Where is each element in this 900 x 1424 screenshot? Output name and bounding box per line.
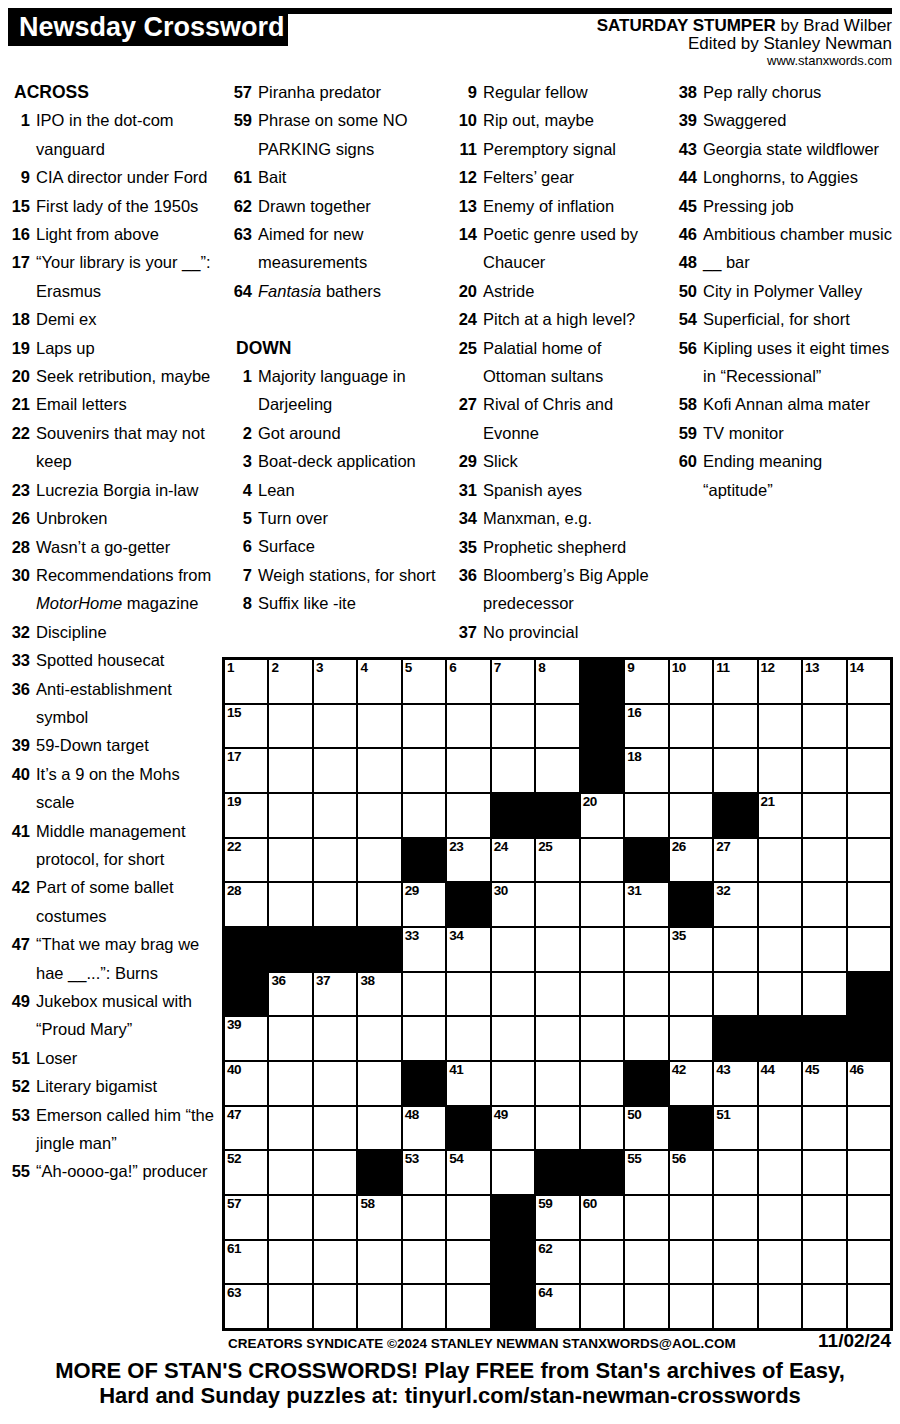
grid-cell-r14c3[interactable] xyxy=(313,1240,357,1285)
grid-cell-r8c7[interactable] xyxy=(491,972,535,1017)
grid-cell-r9c3[interactable] xyxy=(313,1016,357,1061)
grid-cell-r4c13[interactable]: 21 xyxy=(758,793,802,838)
grid-cell-r9c1[interactable]: 39 xyxy=(224,1016,268,1061)
grid-cell-r5c6[interactable]: 23 xyxy=(446,838,490,883)
grid-cell-r6c8[interactable] xyxy=(535,882,579,927)
clue-number: 43 xyxy=(668,135,697,163)
cell-number: 51 xyxy=(716,1107,730,1123)
black-square-r3c9 xyxy=(580,748,624,793)
down-clue-31: 31Spanish ayes xyxy=(450,476,665,504)
grid-cell-r1c5[interactable]: 5 xyxy=(402,659,446,704)
clue-text: Email letters xyxy=(36,395,127,413)
grid-cell-r2c12[interactable] xyxy=(713,704,757,749)
black-square-r11c11 xyxy=(669,1106,713,1151)
grid-cell-r10c8[interactable] xyxy=(535,1061,579,1106)
clue-text: Got around xyxy=(258,424,341,442)
grid-cell-r1c7[interactable]: 7 xyxy=(491,659,535,704)
cell-number: 26 xyxy=(672,839,686,855)
grid-cell-r4c1[interactable]: 19 xyxy=(224,793,268,838)
grid-cell-r5c1[interactable]: 22 xyxy=(224,838,268,883)
black-square-r15c7 xyxy=(491,1284,535,1329)
black-square-r9c12 xyxy=(713,1016,757,1061)
across-clue-39: 3959-Down target xyxy=(8,731,220,759)
down-clue-24: 24Pitch at a high level? xyxy=(450,305,665,333)
clue-number: 25 xyxy=(450,334,477,362)
clue-number: 32 xyxy=(8,618,30,646)
clue-text: Weigh stations, for short xyxy=(258,566,436,584)
grid-cell-r14c15[interactable] xyxy=(847,1240,891,1285)
clue-text: Bloomberg’s Big Apple predecessor xyxy=(483,566,649,612)
cell-number: 39 xyxy=(227,1017,241,1033)
clue-number: 9 xyxy=(450,78,477,106)
grid-cell-r9c7[interactable] xyxy=(491,1016,535,1061)
grid-cell-r6c13[interactable] xyxy=(758,882,802,927)
grid-cell-r7c9[interactable] xyxy=(580,927,624,972)
grid-cell-r11c13[interactable] xyxy=(758,1106,802,1151)
clue-number: 10 xyxy=(450,106,477,134)
grid-cell-r13c10[interactable] xyxy=(624,1195,668,1240)
down-clue-34: 34Manxman, e.g. xyxy=(450,504,665,532)
down-clue-13: 13Enemy of inflation xyxy=(450,192,665,220)
grid-cell-r3c3[interactable] xyxy=(313,748,357,793)
cell-number: 48 xyxy=(405,1107,419,1123)
grid-cell-r4c15[interactable] xyxy=(847,793,891,838)
clue-text: Spanish ayes xyxy=(483,481,582,499)
grid-cell-r1c3[interactable]: 3 xyxy=(313,659,357,704)
grid-cell-r15c11[interactable] xyxy=(669,1284,713,1329)
black-square-r9c15 xyxy=(847,1016,891,1061)
grid-cell-r15c13[interactable] xyxy=(758,1284,802,1329)
cell-number: 23 xyxy=(449,839,463,855)
clue-text: Drawn together xyxy=(258,197,371,215)
grid-cell-r2c5[interactable] xyxy=(402,704,446,749)
grid-cell-r2c2[interactable] xyxy=(268,704,312,749)
grid-cell-r14c5[interactable] xyxy=(402,1240,446,1285)
cell-number: 31 xyxy=(627,883,641,899)
clue-number: 59 xyxy=(668,419,697,447)
down-clue-60: 60Ending meaning “aptitude” xyxy=(668,447,896,504)
clue-text: “That we may brag we hae __...”: Burns xyxy=(36,935,199,981)
grid-cell-r11c2[interactable] xyxy=(268,1106,312,1151)
grid-cell-r2c14[interactable] xyxy=(802,704,846,749)
grid-cell-r12c6[interactable]: 54 xyxy=(446,1150,490,1195)
grid-cell-r5c14[interactable] xyxy=(802,838,846,883)
grid-cell-r11c12[interactable]: 51 xyxy=(713,1106,757,1151)
grid-cell-r3c5[interactable] xyxy=(402,748,446,793)
grid-cell-r8c12[interactable] xyxy=(713,972,757,1017)
across-clue-36: 36Anti-establishment symbol xyxy=(8,675,220,732)
cell-number: 54 xyxy=(449,1151,463,1167)
grid-cell-r8c11[interactable] xyxy=(669,972,713,1017)
grid-cell-r13c4[interactable]: 58 xyxy=(357,1195,401,1240)
grid-cell-r11c8[interactable] xyxy=(535,1106,579,1151)
grid-cell-r10c13[interactable]: 44 xyxy=(758,1061,802,1106)
grid-cell-r5c13[interactable] xyxy=(758,838,802,883)
grid-cell-r8c5[interactable] xyxy=(402,972,446,1017)
grid-cell-r12c12[interactable] xyxy=(713,1150,757,1195)
clue-text: Souvenirs that may not keep xyxy=(36,424,205,470)
grid-cell-r2c15[interactable] xyxy=(847,704,891,749)
grid-cell-r5c9[interactable] xyxy=(580,838,624,883)
grid-cell-r13c13[interactable] xyxy=(758,1195,802,1240)
clue-number: 17 xyxy=(8,248,30,276)
grid-cell-r1c6[interactable]: 6 xyxy=(446,659,490,704)
cell-number: 43 xyxy=(716,1062,730,1078)
grid-cell-r14c8[interactable]: 62 xyxy=(535,1240,579,1285)
grid-cell-r11c10[interactable]: 50 xyxy=(624,1106,668,1151)
grid-cell-r3c4[interactable] xyxy=(357,748,401,793)
clue-number: 7 xyxy=(228,561,252,589)
grid-cell-r11c3[interactable] xyxy=(313,1106,357,1151)
grid-cell-r9c2[interactable] xyxy=(268,1016,312,1061)
grid-cell-r2c13[interactable] xyxy=(758,704,802,749)
clue-text: Jukebox musical with “Proud Mary” xyxy=(36,992,192,1038)
clue-text: “Ah-oooo-ga!” producer xyxy=(36,1162,208,1180)
grid-cell-r13c12[interactable] xyxy=(713,1195,757,1240)
grid-cell-r12c11[interactable]: 56 xyxy=(669,1150,713,1195)
grid-cell-r7c7[interactable] xyxy=(491,927,535,972)
grid-cell-r6c10[interactable]: 31 xyxy=(624,882,668,927)
grid-cell-r1c1[interactable]: 1 xyxy=(224,659,268,704)
cell-number: 27 xyxy=(716,839,730,855)
grid-cell-r3c10[interactable]: 18 xyxy=(624,748,668,793)
clue-number: 38 xyxy=(668,78,697,106)
clue-text: “Your library is your __”: Erasmus xyxy=(36,253,211,299)
clue-number: 22 xyxy=(8,419,30,447)
grid-cell-r9c5[interactable] xyxy=(402,1016,446,1061)
black-square-r4c7 xyxy=(491,793,535,838)
black-square-r12c9 xyxy=(580,1150,624,1195)
grid-cell-r4c11[interactable] xyxy=(669,793,713,838)
grid-cell-r3c8[interactable] xyxy=(535,748,579,793)
grid-cell-r7c13[interactable] xyxy=(758,927,802,972)
grid-cell-r10c7[interactable] xyxy=(491,1061,535,1106)
across-clue-47: 47“That we may brag we hae __...”: Burns xyxy=(8,930,220,987)
down-clue-8: 8Suffix like -ite xyxy=(228,589,446,617)
grid-cell-r10c12[interactable]: 43 xyxy=(713,1061,757,1106)
grid-cell-r14c4[interactable] xyxy=(357,1240,401,1285)
down-clue-54: 54Superficial, for short xyxy=(668,305,896,333)
grid-cell-r8c9[interactable] xyxy=(580,972,624,1017)
across-clue-40: 40It’s a 9 on the Mohs scale xyxy=(8,760,220,817)
grid-cell-r6c3[interactable] xyxy=(313,882,357,927)
grid-cell-r13c11[interactable] xyxy=(669,1195,713,1240)
clue-text: Poetic genre used by Chaucer xyxy=(483,225,638,271)
clue-text: Spotted housecat xyxy=(36,651,164,669)
grid-cell-r2c3[interactable] xyxy=(313,704,357,749)
grid-cell-r6c1[interactable]: 28 xyxy=(224,882,268,927)
grid-cell-r13c15[interactable] xyxy=(847,1195,891,1240)
cell-number: 4 xyxy=(360,660,367,676)
across-clues-column: ACROSS1IPO in the dot-com vanguard9CIA d… xyxy=(8,78,220,1186)
grid-cell-r3c12[interactable] xyxy=(713,748,757,793)
down-clue-37: 37No provincial xyxy=(450,618,665,646)
grid-cell-r12c14[interactable] xyxy=(802,1150,846,1195)
grid-cell-r1c12[interactable]: 11 xyxy=(713,659,757,704)
grid-cell-r14c12[interactable] xyxy=(713,1240,757,1285)
down-clue-3: 3Boat-deck application xyxy=(228,447,446,475)
grid-cell-r8c4[interactable]: 38 xyxy=(357,972,401,1017)
grid-cell-r6c15[interactable] xyxy=(847,882,891,927)
grid-cell-r13c2[interactable] xyxy=(268,1195,312,1240)
across-clue-20: 20Seek retribution, maybe xyxy=(8,362,220,390)
down-clues-column-1: 9Regular fellow10Rip out, maybe11Perempt… xyxy=(450,78,665,646)
grid-cell-r1c8[interactable]: 8 xyxy=(535,659,579,704)
clue-text: Part of some ballet costumes xyxy=(36,878,174,924)
grid-cell-r10c9[interactable] xyxy=(580,1061,624,1106)
black-square-r6c6 xyxy=(446,882,490,927)
clue-number: 39 xyxy=(8,731,30,759)
cell-number: 38 xyxy=(360,973,374,989)
grid-cell-r6c4[interactable] xyxy=(357,882,401,927)
grid-cell-r13c3[interactable] xyxy=(313,1195,357,1240)
grid-cell-r3c13[interactable] xyxy=(758,748,802,793)
grid-cell-r5c11[interactable]: 26 xyxy=(669,838,713,883)
grid-cell-r15c15[interactable] xyxy=(847,1284,891,1329)
grid-cell-r1c13[interactable]: 12 xyxy=(758,659,802,704)
puzzle-title: SATURDAY STUMPER xyxy=(597,16,776,35)
grid-cell-r13c8[interactable]: 59 xyxy=(535,1195,579,1240)
grid-cell-r9c11[interactable] xyxy=(669,1016,713,1061)
across-clue-15: 15First lady of the 1950s xyxy=(8,192,220,220)
grid-cell-r12c2[interactable] xyxy=(268,1150,312,1195)
grid-cell-r8c6[interactable] xyxy=(446,972,490,1017)
cell-number: 53 xyxy=(405,1151,419,1167)
grid-cell-r14c10[interactable] xyxy=(624,1240,668,1285)
grid-cell-r11c14[interactable] xyxy=(802,1106,846,1151)
grid-cell-r11c1[interactable]: 47 xyxy=(224,1106,268,1151)
grid-cell-r8c10[interactable] xyxy=(624,972,668,1017)
grid-cell-r1c15[interactable]: 14 xyxy=(847,659,891,704)
grid-cell-r15c4[interactable] xyxy=(357,1284,401,1329)
clue-text: Unbroken xyxy=(36,509,108,527)
clue-number: 33 xyxy=(8,646,30,674)
grid-cell-r8c3[interactable]: 37 xyxy=(313,972,357,1017)
clue-number: 30 xyxy=(8,561,30,589)
grid-cell-r12c5[interactable]: 53 xyxy=(402,1150,446,1195)
grid-cell-r10c2[interactable] xyxy=(268,1061,312,1106)
black-square-r5c5 xyxy=(402,838,446,883)
grid-cell-r7c10[interactable] xyxy=(624,927,668,972)
grid-cell-r6c12[interactable]: 32 xyxy=(713,882,757,927)
grid-cell-r4c14[interactable] xyxy=(802,793,846,838)
grid-cell-r12c10[interactable]: 55 xyxy=(624,1150,668,1195)
grid-cell-r4c9[interactable]: 20 xyxy=(580,793,624,838)
grid-cell-r10c14[interactable]: 45 xyxy=(802,1061,846,1106)
grid-cell-r2c11[interactable] xyxy=(669,704,713,749)
grid-cell-r5c7[interactable]: 24 xyxy=(491,838,535,883)
grid-cell-r3c1[interactable]: 17 xyxy=(224,748,268,793)
grid-cell-r10c11[interactable]: 42 xyxy=(669,1061,713,1106)
grid-cell-r14c13[interactable] xyxy=(758,1240,802,1285)
grid-cell-r14c14[interactable] xyxy=(802,1240,846,1285)
cell-number: 56 xyxy=(672,1151,686,1167)
grid-cell-r6c2[interactable] xyxy=(268,882,312,927)
grid-cell-r15c2[interactable] xyxy=(268,1284,312,1329)
clue-text: Middle management protocol, for short xyxy=(36,822,186,868)
grid-cell-r8c8[interactable] xyxy=(535,972,579,1017)
grid-cell-r4c2[interactable] xyxy=(268,793,312,838)
grid-cell-r6c9[interactable] xyxy=(580,882,624,927)
grid-cell-r14c9[interactable] xyxy=(580,1240,624,1285)
puzzle-byline: by Brad Wilber xyxy=(776,16,892,35)
grid-cell-r6c5[interactable]: 29 xyxy=(402,882,446,927)
grid-cell-r15c12[interactable] xyxy=(713,1284,757,1329)
grid-cell-r9c8[interactable] xyxy=(535,1016,579,1061)
across-clue-18: 18Demi ex xyxy=(8,305,220,333)
grid-cell-r15c1[interactable]: 63 xyxy=(224,1284,268,1329)
across-clue-1: 1IPO in the dot-com vanguard xyxy=(8,106,220,163)
grid-cell-r6c14[interactable] xyxy=(802,882,846,927)
grid-cell-r13c6[interactable] xyxy=(446,1195,490,1240)
grid-cell-r13c9[interactable]: 60 xyxy=(580,1195,624,1240)
grid-cell-r15c8[interactable]: 64 xyxy=(535,1284,579,1329)
grid-cell-r11c7[interactable]: 49 xyxy=(491,1106,535,1151)
grid-cell-r15c14[interactable] xyxy=(802,1284,846,1329)
grid-cell-r1c11[interactable]: 10 xyxy=(669,659,713,704)
grid-cell-r7c15[interactable] xyxy=(847,927,891,972)
cell-number: 50 xyxy=(627,1107,641,1123)
grid-cell-r10c1[interactable]: 40 xyxy=(224,1061,268,1106)
clue-text: Kofi Annan alma mater xyxy=(703,395,870,413)
cell-number: 8 xyxy=(538,660,545,676)
cell-number: 30 xyxy=(494,883,508,899)
down-clue-4: 4Lean xyxy=(228,476,446,504)
grid-cell-r9c9[interactable] xyxy=(580,1016,624,1061)
grid-cell-r13c1[interactable]: 57 xyxy=(224,1195,268,1240)
grid-cell-r8c14[interactable] xyxy=(802,972,846,1017)
clue-number: 15 xyxy=(8,192,30,220)
grid-cell-r12c3[interactable] xyxy=(313,1150,357,1195)
grid-cell-r2c1[interactable]: 15 xyxy=(224,704,268,749)
grid-cell-r2c4[interactable] xyxy=(357,704,401,749)
across-clue-26: 26Unbroken xyxy=(8,504,220,532)
grid-cell-r3c14[interactable] xyxy=(802,748,846,793)
cell-number: 34 xyxy=(449,928,463,944)
grid-cell-r8c2[interactable]: 36 xyxy=(268,972,312,1017)
grid-cell-r7c11[interactable]: 35 xyxy=(669,927,713,972)
grid-cell-r12c13[interactable] xyxy=(758,1150,802,1195)
black-square-r14c7 xyxy=(491,1240,535,1285)
grid-cell-r14c1[interactable]: 61 xyxy=(224,1240,268,1285)
clue-number: 2 xyxy=(228,419,252,447)
grid-cell-r5c15[interactable] xyxy=(847,838,891,883)
grid-cell-r7c6[interactable]: 34 xyxy=(446,927,490,972)
grid-cell-r15c3[interactable] xyxy=(313,1284,357,1329)
grid-cell-r4c4[interactable] xyxy=(357,793,401,838)
grid-cell-r5c12[interactable]: 27 xyxy=(713,838,757,883)
grid-cell-r3c2[interactable] xyxy=(268,748,312,793)
copyright-line: CREATORS SYNDICATE ©2024 STANLEY NEWMAN … xyxy=(228,1336,736,1351)
grid-cell-r10c4[interactable] xyxy=(357,1061,401,1106)
grid-cell-r12c15[interactable] xyxy=(847,1150,891,1195)
clue-number: 36 xyxy=(8,675,30,703)
grid-cell-r10c15[interactable]: 46 xyxy=(847,1061,891,1106)
grid-cell-r2c8[interactable] xyxy=(535,704,579,749)
grid-cell-r8c13[interactable] xyxy=(758,972,802,1017)
cell-number: 2 xyxy=(271,660,278,676)
across-clue-21: 21Email letters xyxy=(8,390,220,418)
masthead-title: Newsday Crossword xyxy=(19,12,285,42)
grid-cell-r5c4[interactable] xyxy=(357,838,401,883)
grid-cell-r4c3[interactable] xyxy=(313,793,357,838)
grid-cell-r4c6[interactable] xyxy=(446,793,490,838)
cell-number: 64 xyxy=(538,1285,552,1301)
grid-cell-r14c6[interactable] xyxy=(446,1240,490,1285)
cell-number: 1 xyxy=(227,660,234,676)
grid-cell-r11c5[interactable]: 48 xyxy=(402,1106,446,1151)
grid-cell-r1c10[interactable]: 9 xyxy=(624,659,668,704)
grid-cell-r7c14[interactable] xyxy=(802,927,846,972)
grid-cell-r11c15[interactable] xyxy=(847,1106,891,1151)
across-clue-30: 30Recommendations from MotorHome magazin… xyxy=(8,561,220,618)
grid-cell-r13c5[interactable] xyxy=(402,1195,446,1240)
cell-number: 14 xyxy=(850,660,864,676)
grid-cell-r11c4[interactable] xyxy=(357,1106,401,1151)
grid-cell-r13c14[interactable] xyxy=(802,1195,846,1240)
clue-number: 47 xyxy=(8,930,30,958)
grid-cell-r2c7[interactable] xyxy=(491,704,535,749)
grid-cell-r9c10[interactable] xyxy=(624,1016,668,1061)
clue-text: TV monitor xyxy=(703,424,784,442)
grid-cell-r14c11[interactable] xyxy=(669,1240,713,1285)
grid-cell-r10c6[interactable]: 41 xyxy=(446,1061,490,1106)
cell-number: 52 xyxy=(227,1151,241,1167)
grid-cell-r7c8[interactable] xyxy=(535,927,579,972)
grid-cell-r15c5[interactable] xyxy=(402,1284,446,1329)
grid-cell-r5c3[interactable] xyxy=(313,838,357,883)
clue-number: 24 xyxy=(450,305,477,333)
clue-text: Lucrezia Borgia in-law xyxy=(36,481,198,499)
grid-cell-r3c7[interactable] xyxy=(491,748,535,793)
grid-cell-r9c6[interactable] xyxy=(446,1016,490,1061)
puzzle-editor: Edited by Stanley Newman xyxy=(597,35,892,53)
grid-cell-r14c2[interactable] xyxy=(268,1240,312,1285)
grid-cell-r5c8[interactable]: 25 xyxy=(535,838,579,883)
black-square-r7c1 xyxy=(224,927,268,972)
grid-cell-r15c6[interactable] xyxy=(446,1284,490,1329)
across-clue-57: 57Piranha predator xyxy=(228,78,446,106)
across-clue-61: 61Bait xyxy=(228,163,446,191)
grid-cell-r2c6[interactable] xyxy=(446,704,490,749)
grid-cell-r4c5[interactable] xyxy=(402,793,446,838)
grid-cell-r7c12[interactable] xyxy=(713,927,757,972)
black-square-r12c8 xyxy=(535,1150,579,1195)
grid-cell-r6c7[interactable]: 30 xyxy=(491,882,535,927)
grid-cell-r15c10[interactable] xyxy=(624,1284,668,1329)
grid-cell-r15c9[interactable] xyxy=(580,1284,624,1329)
grid-cell-r2c10[interactable]: 16 xyxy=(624,704,668,749)
grid-cell-r3c11[interactable] xyxy=(669,748,713,793)
grid-cell-r3c15[interactable] xyxy=(847,748,891,793)
puzzle-date: 11/02/24 xyxy=(818,1330,891,1352)
grid-cell-r12c1[interactable]: 52 xyxy=(224,1150,268,1195)
grid-cell-r4c10[interactable] xyxy=(624,793,668,838)
clue-text: Seek retribution, maybe xyxy=(36,367,210,385)
grid-cell-r10c3[interactable] xyxy=(313,1061,357,1106)
grid-cell-r3c6[interactable] xyxy=(446,748,490,793)
grid-cell-r12c7[interactable] xyxy=(491,1150,535,1195)
grid-cell-r9c4[interactable] xyxy=(357,1016,401,1061)
grid-cell-r1c2[interactable]: 2 xyxy=(268,659,312,704)
clue-text: Lean xyxy=(258,481,295,499)
grid-cell-r1c4[interactable]: 4 xyxy=(357,659,401,704)
grid-cell-r7c5[interactable]: 33 xyxy=(402,927,446,972)
grid-cell-r1c14[interactable]: 13 xyxy=(802,659,846,704)
grid-cell-r5c2[interactable] xyxy=(268,838,312,883)
promo-line-2: Hard and Sunday puzzles at: tinyurl.com/… xyxy=(0,1384,900,1409)
grid-cell-r11c9[interactable] xyxy=(580,1106,624,1151)
